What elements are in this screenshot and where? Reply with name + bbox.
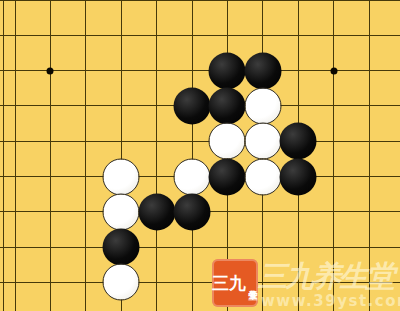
white-stone bbox=[244, 123, 281, 160]
grid-line-vertical bbox=[156, 0, 157, 311]
black-stone bbox=[209, 52, 246, 89]
black-stone bbox=[244, 52, 281, 89]
white-stone bbox=[244, 87, 281, 124]
white-stone bbox=[209, 123, 246, 160]
black-stone bbox=[280, 158, 317, 195]
grid-line-vertical bbox=[85, 0, 86, 311]
watermark-seal: 三九 養生堂 bbox=[212, 259, 258, 307]
black-stone bbox=[280, 123, 317, 160]
watermark-site-name: 三九养生堂 bbox=[258, 257, 400, 297]
grid-line-horizontal bbox=[0, 35, 400, 36]
white-stone bbox=[244, 158, 281, 195]
black-stone bbox=[209, 87, 246, 124]
star-point bbox=[330, 67, 337, 74]
white-stone bbox=[103, 264, 140, 301]
grid-line-horizontal bbox=[0, 70, 400, 71]
seal-main-text: 三九 bbox=[212, 273, 246, 293]
grid-line-horizontal bbox=[0, 0, 400, 1]
seal-side-text: 養生堂 bbox=[248, 282, 258, 285]
grid-line-horizontal bbox=[0, 141, 400, 142]
black-stone bbox=[103, 229, 140, 266]
white-stone bbox=[103, 158, 140, 195]
grid-line-vertical bbox=[3, 0, 4, 311]
black-stone bbox=[174, 193, 211, 230]
black-stone bbox=[209, 158, 246, 195]
white-stone bbox=[174, 158, 211, 195]
white-stone bbox=[103, 193, 140, 230]
grid-line-vertical bbox=[50, 0, 51, 311]
go-board: 三九 養生堂 三九养生堂 www.39yst.com bbox=[0, 0, 400, 311]
star-point bbox=[47, 67, 54, 74]
black-stone bbox=[174, 87, 211, 124]
watermark-site-url: www.39yst.com bbox=[261, 292, 400, 310]
grid-line-vertical bbox=[15, 0, 16, 311]
grid-line-horizontal bbox=[0, 247, 400, 248]
black-stone bbox=[138, 193, 175, 230]
grid-line-vertical bbox=[192, 0, 193, 311]
